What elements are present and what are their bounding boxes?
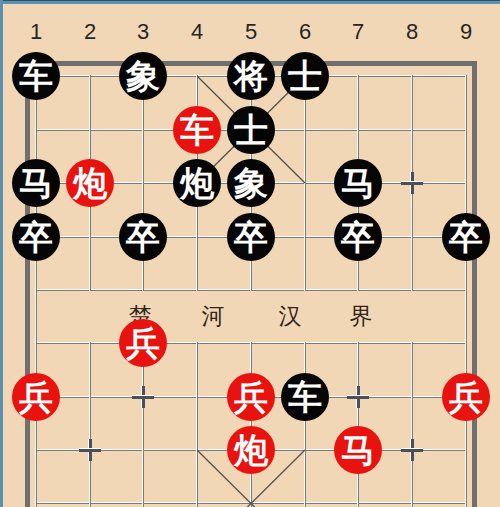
piece-red-cannon[interactable]: 炮 bbox=[227, 426, 275, 474]
grid-line bbox=[411, 342, 413, 507]
piece-black-soldier[interactable]: 卒 bbox=[334, 213, 382, 261]
window-edge-top bbox=[0, 0, 500, 4]
piece-red-soldier[interactable]: 兵 bbox=[12, 373, 60, 421]
piece-black-horse[interactable]: 马 bbox=[12, 159, 60, 207]
column-label: 1 bbox=[21, 20, 51, 44]
column-label: 6 bbox=[290, 20, 320, 44]
grid-line bbox=[465, 75, 467, 507]
piece-red-horse[interactable]: 马 bbox=[334, 426, 382, 474]
piece-black-advisor[interactable]: 士 bbox=[281, 52, 329, 100]
piece-black-soldier[interactable]: 卒 bbox=[442, 213, 490, 261]
piece-black-advisor[interactable]: 士 bbox=[227, 106, 275, 154]
point-marker bbox=[347, 386, 369, 408]
column-label: 3 bbox=[128, 20, 158, 44]
grid-line bbox=[304, 75, 306, 291]
grid-line bbox=[196, 342, 198, 507]
column-label: 5 bbox=[236, 20, 266, 44]
grid-line bbox=[357, 342, 359, 507]
piece-red-cannon[interactable]: 炮 bbox=[66, 159, 114, 207]
grid-line bbox=[35, 75, 37, 507]
piece-red-soldier[interactable]: 兵 bbox=[442, 373, 490, 421]
grid-line bbox=[304, 342, 306, 507]
piece-black-elephant[interactable]: 象 bbox=[227, 159, 275, 207]
piece-red-soldier[interactable]: 兵 bbox=[227, 373, 275, 421]
column-label: 4 bbox=[182, 20, 212, 44]
piece-black-soldier[interactable]: 卒 bbox=[227, 213, 275, 261]
column-label: 2 bbox=[75, 20, 105, 44]
piece-black-horse[interactable]: 马 bbox=[334, 159, 382, 207]
point-marker bbox=[79, 439, 101, 461]
piece-black-king[interactable]: 将 bbox=[227, 52, 275, 100]
piece-red-soldier[interactable]: 兵 bbox=[119, 319, 167, 367]
grid-line bbox=[250, 342, 252, 507]
piece-black-elephant[interactable]: 象 bbox=[119, 52, 167, 100]
piece-black-cannon[interactable]: 炮 bbox=[173, 159, 221, 207]
point-marker bbox=[132, 386, 154, 408]
column-label: 9 bbox=[451, 20, 481, 44]
piece-black-soldier[interactable]: 卒 bbox=[12, 213, 60, 261]
column-label: 8 bbox=[397, 20, 427, 44]
piece-black-chariot[interactable]: 车 bbox=[281, 373, 329, 421]
piece-red-chariot[interactable]: 车 bbox=[173, 106, 221, 154]
point-marker bbox=[401, 172, 423, 194]
column-label: 7 bbox=[343, 20, 373, 44]
window-edge-left bbox=[0, 0, 3, 507]
piece-black-soldier[interactable]: 卒 bbox=[119, 213, 167, 261]
piece-black-chariot[interactable]: 车 bbox=[12, 52, 60, 100]
point-marker bbox=[401, 439, 423, 461]
xiangqi-board: 1 2 3 4 5 6 7 8 9 楚 河 汉 界 车象将士车士马炮炮象马卒卒卒… bbox=[0, 0, 500, 507]
grid-line bbox=[89, 342, 91, 507]
